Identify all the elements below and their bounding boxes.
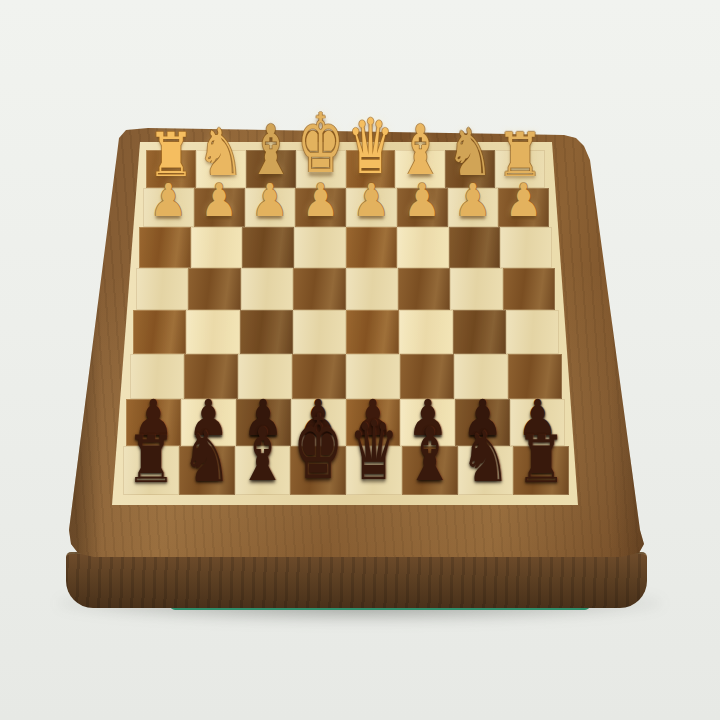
square-d4 <box>346 268 398 310</box>
square-b2: ♟ <box>448 188 499 227</box>
square-a5 <box>506 310 559 354</box>
piece-white-pawn: ♟ <box>251 179 289 224</box>
square-c5 <box>399 310 452 354</box>
piece-black-knight: ♞ <box>460 421 510 492</box>
square-h2: ♟ <box>143 188 194 227</box>
square-g5 <box>186 310 239 354</box>
piece-black-king: ♚ <box>293 404 343 492</box>
square-e8: ♚ <box>290 446 346 495</box>
board-row-rank-2: ♟♟♟♟♟♟♟♟ <box>143 188 549 227</box>
piece-white-pawn: ♟ <box>403 179 441 224</box>
chess-board: ♜♞♝♚♛♝♞♜♟♟♟♟♟♟♟♟♟♟♟♟♟♟♟♟♜♞♝♚♛♝♞♜ <box>0 0 720 720</box>
square-b3 <box>449 227 501 268</box>
piece-black-knight: ♞ <box>182 421 232 492</box>
square-a8: ♜ <box>513 446 569 495</box>
square-e2: ♟ <box>295 188 346 227</box>
square-h4 <box>136 268 188 310</box>
piece-white-pawn: ♟ <box>302 179 340 224</box>
square-f5 <box>240 310 293 354</box>
square-c3 <box>397 227 449 268</box>
square-f2: ♟ <box>245 188 296 227</box>
square-b5 <box>453 310 506 354</box>
piece-white-king: ♚ <box>297 103 344 185</box>
square-a3 <box>500 227 552 268</box>
piece-white-pawn: ♟ <box>454 179 492 224</box>
piece-black-rook: ♜ <box>126 427 176 492</box>
board-row-rank-8: ♜♞♝♚♛♝♞♜ <box>123 446 569 495</box>
square-c2: ♟ <box>397 188 448 227</box>
square-f3 <box>242 227 294 268</box>
square-b8: ♞ <box>458 446 514 495</box>
square-g2: ♟ <box>194 188 245 227</box>
chess-set-photo: ♜♞♝♚♛♝♞♜♟♟♟♟♟♟♟♟♟♟♟♟♟♟♟♟♜♞♝♚♛♝♞♜ <box>0 0 720 720</box>
square-d8: ♛ <box>346 446 402 495</box>
square-g8: ♞ <box>179 446 235 495</box>
square-e4 <box>293 268 345 310</box>
piece-black-rook: ♜ <box>516 427 566 492</box>
square-h8: ♜ <box>123 446 179 495</box>
square-b4 <box>450 268 502 310</box>
square-a2: ♟ <box>498 188 549 227</box>
square-h3 <box>139 227 191 268</box>
square-f8: ♝ <box>235 446 291 495</box>
piece-white-pawn: ♟ <box>505 179 543 224</box>
square-g4 <box>188 268 240 310</box>
piece-black-bishop: ♝ <box>405 418 455 492</box>
square-e3 <box>294 227 346 268</box>
board-row-rank-4 <box>136 268 555 310</box>
square-e5 <box>293 310 346 354</box>
piece-black-queen: ♛ <box>349 410 399 492</box>
piece-white-pawn: ♟ <box>353 179 391 224</box>
square-d3 <box>346 227 398 268</box>
square-d5 <box>346 310 399 354</box>
board-row-rank-5 <box>133 310 559 354</box>
square-g3 <box>191 227 243 268</box>
board-row-rank-3 <box>139 227 552 268</box>
square-a4 <box>503 268 555 310</box>
square-f4 <box>241 268 293 310</box>
piece-white-pawn: ♟ <box>150 179 188 224</box>
square-d2: ♟ <box>346 188 397 227</box>
piece-black-bishop: ♝ <box>237 418 287 492</box>
square-h5 <box>133 310 186 354</box>
piece-white-pawn: ♟ <box>200 179 238 224</box>
square-c4 <box>398 268 450 310</box>
square-c8: ♝ <box>402 446 458 495</box>
